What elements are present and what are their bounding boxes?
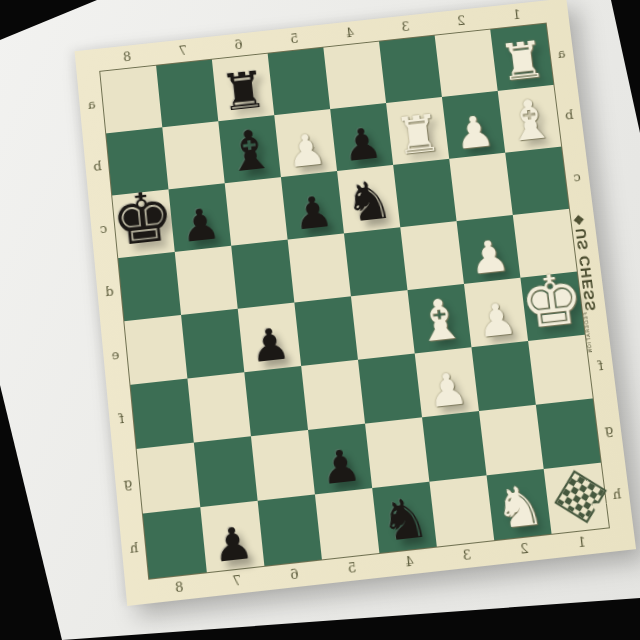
square-a8 [100, 66, 162, 134]
square-a6: ♜ [212, 54, 274, 122]
white-pawn: ♟ [475, 296, 519, 344]
square-e7 [181, 309, 244, 379]
square-h7: ♟ [200, 501, 264, 572]
square-b6: ♝ [218, 115, 281, 183]
square-f5 [301, 360, 365, 430]
square-e1: ♚ [520, 272, 584, 341]
white-knight: ♞ [492, 478, 547, 538]
square-a2 [435, 30, 498, 97]
square-b8 [106, 127, 168, 195]
square-e4 [351, 290, 415, 360]
black-knight: ♞ [342, 173, 396, 231]
square-a5 [268, 48, 331, 116]
square-d7 [175, 246, 238, 315]
square-b2: ♟ [442, 91, 505, 159]
square-a7 [156, 60, 218, 128]
square-g2 [479, 405, 544, 476]
white-pawn: ♟ [453, 109, 497, 156]
white-pawn: ♟ [467, 234, 511, 281]
square-g8 [137, 443, 201, 514]
square-d1 [513, 209, 577, 278]
square-c6 [225, 177, 288, 246]
coordinate-label: 2 [494, 536, 554, 563]
square-g4 [365, 417, 429, 488]
square-g3 [422, 411, 487, 482]
square-e8 [124, 315, 187, 385]
square-b4: ♟ [330, 103, 393, 171]
square-c3 [393, 159, 456, 227]
black-pawn: ♟ [211, 520, 255, 569]
square-d2: ♟ [457, 215, 521, 284]
square-c7: ♟ [168, 183, 231, 252]
square-d6 [231, 240, 294, 309]
white-bishop: ♝ [412, 290, 468, 351]
coordinate-label: 1 [552, 529, 612, 556]
square-h3 [429, 475, 494, 546]
black-pawn: ♟ [248, 321, 292, 369]
black-rook: ♜ [218, 64, 269, 119]
white-rook: ♜ [496, 34, 548, 89]
coordinate-label: 5 [322, 555, 382, 582]
square-f3: ♟ [415, 347, 479, 417]
square-c8: ♚ [112, 189, 175, 258]
square-b1: ♝ [498, 85, 561, 153]
square-a4 [323, 42, 386, 109]
vinyl-mat: 87654321 87654321 abcdefgh abcfgh ♜♜♝♟♟♜… [75, 0, 636, 606]
square-h4: ♞ [372, 482, 437, 553]
white-rook: ♜ [392, 107, 444, 162]
square-g7 [194, 436, 258, 507]
board-grid: ♜♜♝♟♟♜♟♝♚♟♟♞♟♟♝♟♚♟♟♟♞♞ [100, 24, 609, 579]
square-f6 [244, 366, 308, 436]
coordinate-label: 7 [207, 568, 267, 595]
square-e5 [294, 296, 358, 366]
coordinate-label: 6 [265, 561, 325, 588]
square-g5: ♟ [308, 424, 372, 495]
square-b5: ♟ [274, 109, 337, 177]
square-g6 [251, 430, 315, 501]
square-e3: ♝ [407, 284, 471, 354]
square-f8 [130, 379, 193, 449]
black-pawn: ♟ [341, 121, 385, 168]
square-g1 [536, 398, 601, 469]
square-h8 [143, 507, 207, 579]
square-b7 [162, 121, 224, 189]
square-d5 [288, 233, 351, 302]
black-bishop: ♝ [222, 121, 277, 181]
square-c4: ♞ [337, 165, 400, 234]
square-a1: ♜ [490, 24, 553, 91]
coordinate-label: 3 [437, 542, 497, 569]
chess-board: 87654321 87654321 abcdefgh abcfgh ♜♜♝♟♟♜… [75, 0, 636, 606]
square-h5 [315, 488, 379, 559]
uschess-sub-text: FEDERATION [582, 310, 610, 354]
coordinate-label: 8 [149, 574, 209, 601]
black-knight: ♞ [377, 490, 432, 550]
square-b3: ♜ [386, 97, 449, 165]
black-pawn: ♟ [319, 443, 363, 492]
black-pawn: ♟ [179, 202, 222, 249]
square-f4 [358, 353, 422, 423]
square-f7 [187, 372, 251, 442]
square-d4 [344, 227, 408, 296]
coordinate-label: 4 [380, 549, 440, 576]
square-c1 [505, 147, 569, 215]
black-pawn: ♟ [291, 189, 335, 236]
square-c5: ♟ [281, 171, 344, 240]
white-pawn: ♟ [426, 366, 470, 414]
white-bishop: ♝ [502, 91, 558, 150]
white-pawn: ♟ [285, 127, 328, 174]
uschess-diamond-icon: ❖ [571, 212, 588, 229]
square-h2: ♞ [487, 469, 552, 540]
square-e2: ♟ [464, 278, 528, 348]
square-d8 [118, 252, 181, 321]
square-d3 [400, 221, 464, 290]
square-f2 [471, 341, 535, 411]
square-e6: ♟ [238, 303, 301, 373]
square-f1 [528, 335, 593, 405]
square-a3 [379, 36, 442, 103]
square-c2 [449, 153, 513, 221]
square-h6 [258, 494, 322, 565]
